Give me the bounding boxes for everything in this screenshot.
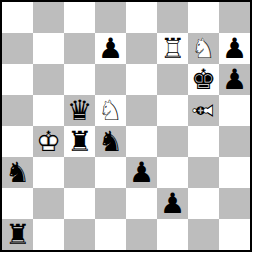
square-a5[interactable]: [2, 95, 33, 126]
square-g7[interactable]: ♞♘: [188, 33, 219, 64]
square-c6[interactable]: [64, 64, 95, 95]
piece-black-pawn: ♟: [95, 33, 126, 64]
knight-icon: ♘: [188, 33, 219, 64]
square-d4[interactable]: ♞: [95, 126, 126, 157]
piece-white-knight: ♞♘: [95, 95, 126, 126]
square-a8[interactable]: [2, 2, 33, 33]
square-f5[interactable]: [157, 95, 188, 126]
pawn-icon: ♟: [157, 188, 188, 219]
square-b3[interactable]: [33, 157, 64, 188]
square-g8[interactable]: [188, 2, 219, 33]
square-g3[interactable]: [188, 157, 219, 188]
square-f3[interactable]: [157, 157, 188, 188]
pawn-icon: ♟: [219, 33, 250, 64]
knight-icon: ♞: [2, 157, 33, 188]
piece-black-rook: ♜: [64, 126, 95, 157]
square-c8[interactable]: [64, 2, 95, 33]
square-b2[interactable]: [33, 188, 64, 219]
square-g2[interactable]: [188, 188, 219, 219]
square-h5[interactable]: [219, 95, 250, 126]
square-a1[interactable]: ♜: [2, 219, 33, 250]
piece-black-knight: ♞: [95, 126, 126, 157]
square-e8[interactable]: [126, 2, 157, 33]
piece-black-queen: ♛: [64, 95, 95, 126]
square-f1[interactable]: [157, 219, 188, 250]
square-f6[interactable]: [157, 64, 188, 95]
grasshopper-icon: ♗: [188, 95, 219, 126]
square-d8[interactable]: [95, 2, 126, 33]
piece-white-rook: ♜♖: [157, 33, 188, 64]
queen-icon: ♛: [64, 95, 95, 126]
king-icon: ♚: [188, 64, 219, 95]
square-e5[interactable]: [126, 95, 157, 126]
piece-black-pawn: ♟: [219, 64, 250, 95]
square-h1[interactable]: [219, 219, 250, 250]
square-e3[interactable]: ♟: [126, 157, 157, 188]
square-e6[interactable]: [126, 64, 157, 95]
square-f8[interactable]: [157, 2, 188, 33]
piece-black-knight: ♞: [2, 157, 33, 188]
square-b8[interactable]: [33, 2, 64, 33]
square-c7[interactable]: [64, 33, 95, 64]
square-b5[interactable]: [33, 95, 64, 126]
knight-icon: ♞: [95, 126, 126, 157]
square-f7[interactable]: ♜♖: [157, 33, 188, 64]
rook-icon: ♜: [64, 126, 95, 157]
square-f4[interactable]: [157, 126, 188, 157]
square-d1[interactable]: [95, 219, 126, 250]
pawn-icon: ♟: [126, 157, 157, 188]
square-c4[interactable]: ♜: [64, 126, 95, 157]
piece-black-pawn: ♟: [126, 157, 157, 188]
square-c5[interactable]: ♛: [64, 95, 95, 126]
square-e2[interactable]: [126, 188, 157, 219]
square-h6[interactable]: ♟: [219, 64, 250, 95]
square-a2[interactable]: [2, 188, 33, 219]
square-h4[interactable]: [219, 126, 250, 157]
piece-white-grasshopper: ♝♗: [188, 95, 219, 126]
square-h2[interactable]: [219, 188, 250, 219]
chess-problem-diagram: ♟♜♖♞♘♟♚♟♛♞♘♝♗♚♔♜♞♞♟♟♜: [0, 0, 258, 258]
piece-black-rook: ♜: [2, 219, 33, 250]
square-g5[interactable]: ♝♗: [188, 95, 219, 126]
square-f2[interactable]: ♟: [157, 188, 188, 219]
square-g1[interactable]: [188, 219, 219, 250]
square-c2[interactable]: [64, 188, 95, 219]
chess-board: ♟♜♖♞♘♟♚♟♛♞♘♝♗♚♔♜♞♞♟♟♜: [0, 0, 252, 252]
square-a4[interactable]: [2, 126, 33, 157]
piece-black-king: ♚: [188, 64, 219, 95]
piece-black-pawn: ♟: [219, 33, 250, 64]
piece-white-knight: ♞♘: [188, 33, 219, 64]
square-a7[interactable]: [2, 33, 33, 64]
square-d3[interactable]: [95, 157, 126, 188]
pawn-icon: ♟: [219, 64, 250, 95]
piece-black-pawn: ♟: [157, 188, 188, 219]
square-e1[interactable]: [126, 219, 157, 250]
square-e7[interactable]: [126, 33, 157, 64]
square-c1[interactable]: [64, 219, 95, 250]
square-b4[interactable]: ♚♔: [33, 126, 64, 157]
square-g4[interactable]: [188, 126, 219, 157]
square-d6[interactable]: [95, 64, 126, 95]
square-a6[interactable]: [2, 64, 33, 95]
square-h8[interactable]: [219, 2, 250, 33]
rook-icon: ♜: [2, 219, 33, 250]
square-d7[interactable]: ♟: [95, 33, 126, 64]
square-d5[interactable]: ♞♘: [95, 95, 126, 126]
square-b1[interactable]: [33, 219, 64, 250]
square-d2[interactable]: [95, 188, 126, 219]
square-b6[interactable]: [33, 64, 64, 95]
square-h7[interactable]: ♟: [219, 33, 250, 64]
rook-icon: ♖: [157, 33, 188, 64]
square-h3[interactable]: [219, 157, 250, 188]
piece-white-king: ♚♔: [33, 126, 64, 157]
pawn-icon: ♟: [95, 33, 126, 64]
square-c3[interactable]: [64, 157, 95, 188]
square-e4[interactable]: [126, 126, 157, 157]
square-a3[interactable]: ♞: [2, 157, 33, 188]
square-b7[interactable]: [33, 33, 64, 64]
square-g6[interactable]: ♚: [188, 64, 219, 95]
knight-icon: ♘: [95, 95, 126, 126]
king-icon: ♔: [33, 126, 64, 157]
